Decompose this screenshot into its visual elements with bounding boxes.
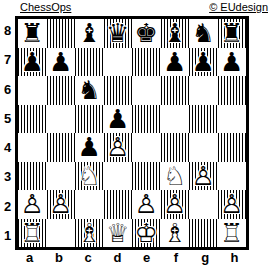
- board: ♜♝♛♚♝♞♜♟♟♟♟♟♞♟♟♟♙♞♘♞♘♟♙♟♙♟♙♟♙♟♙♟♙♜♖♝♗♛♕♚…: [15, 16, 249, 250]
- piece-wB-c1: ♝♗: [78, 220, 101, 246]
- square-e1: ♚♔: [132, 219, 161, 248]
- piece-bP-c4: ♟: [78, 134, 101, 160]
- square-c2: [75, 190, 104, 219]
- piece-wP-a2: ♟♙: [21, 191, 44, 217]
- square-d3: [104, 162, 133, 191]
- rank-labels: 87654321: [0, 16, 15, 250]
- piece-glyph-outline: ♔: [135, 219, 158, 248]
- piece-glyph-outline: ♙: [220, 190, 243, 219]
- piece-bP-g7: ♟: [192, 49, 215, 75]
- square-c8: ♝: [75, 19, 104, 48]
- credit-link[interactable]: © EUdesign: [209, 1, 268, 14]
- file-labels: abcdefgh: [15, 250, 249, 268]
- piece-glyph-outline: ♖: [21, 219, 44, 248]
- file-label-a: a: [15, 250, 44, 268]
- square-a1: ♜♖: [18, 219, 47, 248]
- square-a8: ♜: [18, 19, 47, 48]
- square-d5: ♟: [104, 105, 133, 134]
- square-c4: ♟: [75, 133, 104, 162]
- square-a2: ♟♙: [18, 190, 47, 219]
- piece-glyph-outline: ♖: [220, 219, 243, 248]
- file-label-h: h: [220, 250, 249, 268]
- square-f7: ♟: [161, 48, 190, 77]
- square-c3: ♞♘: [75, 162, 104, 191]
- square-a5: [18, 105, 47, 134]
- square-g3: ♟♙: [189, 162, 218, 191]
- piece-glyph-outline: ♕: [106, 219, 129, 248]
- square-b2: ♟♙: [47, 190, 76, 219]
- piece-glyph-outline: ♗: [163, 219, 186, 248]
- piece-bP-d5: ♟: [106, 106, 129, 132]
- rank-label-2: 2: [0, 192, 15, 221]
- square-f1: ♝♗: [161, 219, 190, 248]
- piece-bR-a8: ♜: [21, 20, 44, 46]
- square-d6: [104, 76, 133, 105]
- square-e6: [132, 76, 161, 105]
- piece-bP-f7: ♟: [163, 49, 186, 75]
- piece-wB-f1: ♝♗: [163, 220, 186, 246]
- piece-bQ-d8: ♛: [106, 20, 129, 46]
- square-g5: [189, 105, 218, 134]
- square-f8: ♝: [161, 19, 190, 48]
- square-d8: ♛: [104, 19, 133, 48]
- square-g1: [189, 219, 218, 248]
- piece-glyph-outline: ♙: [135, 190, 158, 219]
- square-h7: ♟: [218, 48, 247, 77]
- square-b7: ♟: [47, 48, 76, 77]
- square-g6: [189, 76, 218, 105]
- square-h1: ♜♖: [218, 219, 247, 248]
- square-g2: [189, 190, 218, 219]
- rank-label-4: 4: [0, 133, 15, 162]
- square-h3: [218, 162, 247, 191]
- piece-glyph-outline: ♙: [106, 133, 129, 162]
- piece-bP-a7: ♟: [21, 49, 44, 75]
- piece-wR-h1: ♜♖: [220, 220, 243, 246]
- square-e4: [132, 133, 161, 162]
- app-title-link[interactable]: ChessOps: [20, 1, 71, 14]
- square-c6: ♞: [75, 76, 104, 105]
- square-h6: [218, 76, 247, 105]
- header: ChessOps © EUdesign: [0, 0, 270, 16]
- piece-bR-h8: ♜: [220, 20, 243, 46]
- square-f5: [161, 105, 190, 134]
- piece-wR-a1: ♜♖: [21, 220, 44, 246]
- rank-label-3: 3: [0, 162, 15, 191]
- file-label-c: c: [74, 250, 103, 268]
- square-b6: [47, 76, 76, 105]
- square-a4: [18, 133, 47, 162]
- piece-glyph-outline: ♙: [21, 190, 44, 219]
- piece-glyph-outline: ♙: [192, 162, 215, 191]
- chess-diagram-page: ChessOps © EUdesign 87654321 ♜♝♛♚♝♞♜♟♟♟♟…: [0, 0, 270, 270]
- file-label-g: g: [191, 250, 220, 268]
- piece-glyph-outline: ♘: [163, 162, 186, 191]
- square-e8: ♚: [132, 19, 161, 48]
- square-a3: [18, 162, 47, 191]
- square-f4: [161, 133, 190, 162]
- piece-wN-f3: ♞♘: [163, 163, 186, 189]
- square-d2: [104, 190, 133, 219]
- piece-wP-b2: ♟♙: [49, 191, 72, 217]
- square-b1: [47, 219, 76, 248]
- square-a6: [18, 76, 47, 105]
- rank-label-7: 7: [0, 45, 15, 74]
- piece-bN-c6: ♞: [78, 77, 101, 103]
- piece-wP-e2: ♟♙: [135, 191, 158, 217]
- piece-wN-c3: ♞♘: [78, 163, 101, 189]
- square-b4: [47, 133, 76, 162]
- square-h2: ♟♙: [218, 190, 247, 219]
- piece-wP-h2: ♟♙: [220, 191, 243, 217]
- file-label-e: e: [132, 250, 161, 268]
- square-g7: ♟: [189, 48, 218, 77]
- square-f3: ♞♘: [161, 162, 190, 191]
- piece-glyph-outline: ♙: [163, 190, 186, 219]
- piece-bK-e8: ♚: [135, 20, 158, 46]
- square-a7: ♟: [18, 48, 47, 77]
- rank-label-5: 5: [0, 104, 15, 133]
- piece-glyph-outline: ♙: [49, 190, 72, 219]
- square-h5: [218, 105, 247, 134]
- piece-wK-e1: ♚♔: [135, 220, 158, 246]
- square-b8: [47, 19, 76, 48]
- square-c1: ♝♗: [75, 219, 104, 248]
- square-g4: [189, 133, 218, 162]
- piece-glyph-outline: ♘: [78, 162, 101, 191]
- square-h4: [218, 133, 247, 162]
- rank-label-1: 1: [0, 221, 15, 250]
- square-d7: [104, 48, 133, 77]
- piece-wP-f2: ♟♙: [163, 191, 186, 217]
- square-f2: ♟♙: [161, 190, 190, 219]
- square-d1: ♛♕: [104, 219, 133, 248]
- square-e5: [132, 105, 161, 134]
- square-b5: [47, 105, 76, 134]
- piece-bB-f8: ♝: [163, 20, 186, 46]
- file-label-f: f: [161, 250, 190, 268]
- square-g8: ♞: [189, 19, 218, 48]
- square-c5: [75, 105, 104, 134]
- piece-wQ-d1: ♛♕: [106, 220, 129, 246]
- piece-wP-d4: ♟♙: [106, 134, 129, 160]
- square-d4: ♟♙: [104, 133, 133, 162]
- square-e3: [132, 162, 161, 191]
- file-label-b: b: [44, 250, 73, 268]
- square-e2: ♟♙: [132, 190, 161, 219]
- piece-bB-c8: ♝: [78, 20, 101, 46]
- piece-wP-g3: ♟♙: [192, 163, 215, 189]
- rank-label-6: 6: [0, 75, 15, 104]
- rank-label-8: 8: [0, 16, 15, 45]
- piece-glyph-outline: ♗: [78, 219, 101, 248]
- square-e7: [132, 48, 161, 77]
- square-c7: [75, 48, 104, 77]
- square-f6: [161, 76, 190, 105]
- piece-bP-b7: ♟: [49, 49, 72, 75]
- square-h8: ♜: [218, 19, 247, 48]
- square-b3: [47, 162, 76, 191]
- piece-bN-g8: ♞: [192, 20, 215, 46]
- file-label-d: d: [103, 250, 132, 268]
- piece-bP-h7: ♟: [220, 49, 243, 75]
